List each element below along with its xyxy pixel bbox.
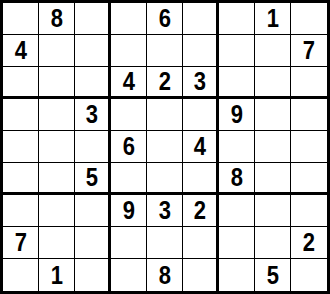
cell-r5c8[interactable] [255, 131, 291, 163]
cell-r6c1[interactable] [3, 163, 39, 195]
cell-r9c2: 1 [39, 259, 75, 291]
cell-r8c2[interactable] [39, 227, 75, 259]
cell-r3c7[interactable] [219, 67, 255, 99]
cell-r6c2[interactable] [39, 163, 75, 195]
cell-r5c6: 4 [183, 131, 219, 163]
cell-r2c9: 7 [291, 35, 327, 67]
cell-r2c8[interactable] [255, 35, 291, 67]
given-digit: 7 [14, 230, 26, 255]
given-digit: 8 [50, 6, 62, 31]
cell-r4c2[interactable] [39, 99, 75, 131]
given-digit: 5 [85, 165, 97, 190]
cell-r3c2[interactable] [39, 67, 75, 99]
cell-r5c7[interactable] [219, 131, 255, 163]
cell-r9c7[interactable] [219, 259, 255, 291]
cell-r2c6[interactable] [183, 35, 219, 67]
cell-r8c1: 7 [3, 227, 39, 259]
given-digit: 3 [193, 69, 205, 94]
cell-r6c8[interactable] [255, 163, 291, 195]
cell-r5c2[interactable] [39, 131, 75, 163]
given-digit: 4 [193, 134, 205, 159]
cell-r1c4[interactable] [111, 3, 147, 35]
given-digit: 8 [230, 165, 242, 190]
cell-r3c8[interactable] [255, 67, 291, 99]
cell-r5c9[interactable] [291, 131, 327, 163]
cell-r9c5: 8 [147, 259, 183, 291]
cell-r1c6[interactable] [183, 3, 219, 35]
cell-r3c5: 2 [147, 67, 183, 99]
cell-r7c6: 2 [183, 195, 219, 227]
cell-r2c4[interactable] [111, 35, 147, 67]
cell-r2c2[interactable] [39, 35, 75, 67]
cell-r4c6[interactable] [183, 99, 219, 131]
cell-r1c8: 1 [255, 3, 291, 35]
cell-r4c4[interactable] [111, 99, 147, 131]
cell-r7c2[interactable] [39, 195, 75, 227]
cell-r8c7[interactable] [219, 227, 255, 259]
cell-r9c6[interactable] [183, 259, 219, 291]
cell-r4c5[interactable] [147, 99, 183, 131]
cell-r6c7: 8 [219, 163, 255, 195]
cell-r3c9[interactable] [291, 67, 327, 99]
cell-r7c9[interactable] [291, 195, 327, 227]
cell-r7c8[interactable] [255, 195, 291, 227]
cell-r2c1: 4 [3, 35, 39, 67]
cell-r4c1[interactable] [3, 99, 39, 131]
cell-r5c1[interactable] [3, 131, 39, 163]
cell-r6c9[interactable] [291, 163, 327, 195]
cell-r1c2: 8 [39, 3, 75, 35]
cell-r7c5: 3 [147, 195, 183, 227]
cell-r6c6[interactable] [183, 163, 219, 195]
cell-r4c7: 9 [219, 99, 255, 131]
cell-r7c1[interactable] [3, 195, 39, 227]
cell-r3c3[interactable] [75, 67, 111, 99]
cell-r3c4: 4 [111, 67, 147, 99]
cell-r9c8: 5 [255, 259, 291, 291]
given-digit: 2 [303, 230, 315, 255]
cell-r1c7[interactable] [219, 3, 255, 35]
cell-r9c3[interactable] [75, 259, 111, 291]
given-digit: 5 [266, 263, 278, 288]
cell-r7c7[interactable] [219, 195, 255, 227]
cell-r3c6: 3 [183, 67, 219, 99]
cell-r1c3[interactable] [75, 3, 111, 35]
cell-r6c3: 5 [75, 163, 111, 195]
cell-r1c5: 6 [147, 3, 183, 35]
cell-r5c3[interactable] [75, 131, 111, 163]
given-digit: 7 [303, 38, 315, 63]
given-digit: 4 [14, 38, 26, 63]
cell-r4c3: 3 [75, 99, 111, 131]
given-digit: 3 [158, 198, 170, 223]
cell-r3c1[interactable] [3, 67, 39, 99]
given-digit: 1 [266, 6, 278, 31]
given-digit: 1 [50, 263, 62, 288]
sudoku-board: 8614742339645893272185 [0, 0, 330, 294]
cell-r9c4[interactable] [111, 259, 147, 291]
given-digit: 6 [122, 134, 134, 159]
given-digit: 8 [158, 263, 170, 288]
cell-r8c3[interactable] [75, 227, 111, 259]
given-digit: 9 [122, 198, 134, 223]
cell-r1c1[interactable] [3, 3, 39, 35]
cell-r7c4: 9 [111, 195, 147, 227]
cell-r8c4[interactable] [111, 227, 147, 259]
cell-r4c9[interactable] [291, 99, 327, 131]
given-digit: 2 [158, 69, 170, 94]
given-digit: 4 [122, 69, 134, 94]
cell-r2c7[interactable] [219, 35, 255, 67]
cell-r1c9[interactable] [291, 3, 327, 35]
cell-r8c9: 2 [291, 227, 327, 259]
cell-r4c8[interactable] [255, 99, 291, 131]
given-digit: 2 [193, 198, 205, 223]
cell-r9c9[interactable] [291, 259, 327, 291]
cell-r2c3[interactable] [75, 35, 111, 67]
given-digit: 9 [230, 102, 242, 127]
cell-r8c8[interactable] [255, 227, 291, 259]
cell-r7c3[interactable] [75, 195, 111, 227]
cell-r9c1[interactable] [3, 259, 39, 291]
cell-r2c5[interactable] [147, 35, 183, 67]
cell-r5c5[interactable] [147, 131, 183, 163]
cell-r8c6[interactable] [183, 227, 219, 259]
given-digit: 6 [158, 6, 170, 31]
cell-r6c4[interactable] [111, 163, 147, 195]
cell-r5c4: 6 [111, 131, 147, 163]
cell-r8c5[interactable] [147, 227, 183, 259]
given-digit: 3 [85, 102, 97, 127]
cell-r6c5[interactable] [147, 163, 183, 195]
